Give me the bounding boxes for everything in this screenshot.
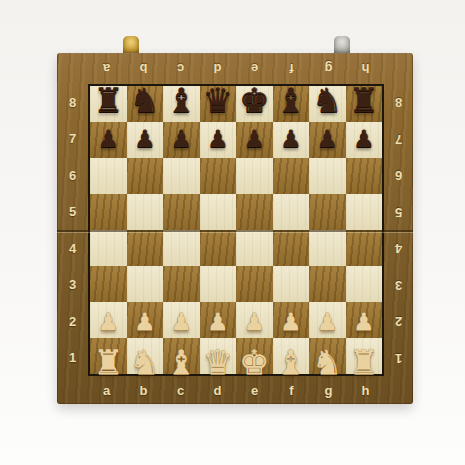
piece-black-pawn: ♟	[316, 127, 338, 151]
square-f7: ♟	[273, 122, 310, 158]
square-h5	[346, 194, 383, 230]
rank-label-left-6: 6	[57, 157, 88, 194]
square-c7: ♟	[163, 122, 200, 158]
piece-white-knight: ♞	[130, 345, 160, 379]
piece-black-queen: ♛	[203, 83, 233, 117]
piece-black-pawn: ♟	[170, 127, 192, 151]
rank-label-left-8: 8	[57, 84, 88, 121]
rank-labels-right: 87654321	[384, 84, 413, 376]
square-d8: ♛	[200, 86, 237, 122]
piece-white-pawn: ♟	[170, 310, 192, 334]
rank-label-left-3: 3	[57, 267, 88, 304]
piece-black-pawn: ♟	[243, 127, 265, 151]
piece-white-knight: ♞	[312, 345, 342, 379]
rank-label-right-6: 6	[384, 157, 413, 194]
rank-label-right-5: 5	[384, 194, 413, 231]
square-h4	[346, 230, 383, 266]
piece-white-pawn: ♟	[353, 310, 375, 334]
piece-black-bishop: ♝	[276, 83, 306, 117]
rank-label-right-3: 3	[384, 267, 413, 304]
piece-black-pawn: ♟	[97, 127, 119, 151]
square-f6	[273, 158, 310, 194]
square-h7: ♟	[346, 122, 383, 158]
square-h6	[346, 158, 383, 194]
square-c2: ♟	[163, 302, 200, 338]
square-e1: ♚	[236, 338, 273, 374]
square-b6	[127, 158, 164, 194]
piece-black-pawn: ♟	[207, 127, 229, 151]
rank-label-left-5: 5	[57, 194, 88, 231]
square-f2: ♟	[273, 302, 310, 338]
piece-black-king: ♚	[239, 83, 269, 117]
piece-white-rook: ♜	[349, 345, 379, 379]
square-e6	[236, 158, 273, 194]
square-c5	[163, 194, 200, 230]
square-a1: ♜	[90, 338, 127, 374]
square-a2: ♟	[90, 302, 127, 338]
rank-label-left-2: 2	[57, 303, 88, 340]
piece-white-pawn: ♟	[134, 310, 156, 334]
square-a7: ♟	[90, 122, 127, 158]
square-c4	[163, 230, 200, 266]
square-a8: ♜	[90, 86, 127, 122]
piece-black-bishop: ♝	[166, 83, 196, 117]
rank-label-left-4: 4	[57, 230, 88, 267]
piece-white-pawn: ♟	[243, 310, 265, 334]
piece-black-pawn: ♟	[134, 127, 156, 151]
square-g3	[309, 266, 346, 302]
square-g6	[309, 158, 346, 194]
piece-white-rook: ♜	[93, 345, 123, 379]
rank-label-right-7: 7	[384, 121, 413, 158]
square-c1: ♝	[163, 338, 200, 374]
square-d2: ♟	[200, 302, 237, 338]
piece-white-queen: ♛	[203, 345, 233, 379]
square-d1: ♛	[200, 338, 237, 374]
square-g5	[309, 194, 346, 230]
square-f8: ♝	[273, 86, 310, 122]
square-b2: ♟	[127, 302, 164, 338]
rank-labels-left: 87654321	[57, 84, 88, 376]
piece-white-pawn: ♟	[316, 310, 338, 334]
square-h3	[346, 266, 383, 302]
chess-board: abcdefgh abcdefgh 87654321 87654321 ♜♞♝♛…	[57, 53, 413, 404]
piece-white-pawn: ♟	[280, 310, 302, 334]
square-f4	[273, 230, 310, 266]
piece-white-bishop: ♝	[276, 345, 306, 379]
piece-black-pawn: ♟	[280, 127, 302, 151]
square-b7: ♟	[127, 122, 164, 158]
rank-label-right-4: 4	[384, 230, 413, 267]
square-d5	[200, 194, 237, 230]
rank-label-left-1: 1	[57, 340, 88, 377]
photo-background: abcdefgh abcdefgh 87654321 87654321 ♜♞♝♛…	[0, 0, 465, 465]
board-grid: ♜♞♝♛♚♝♞♜♟♟♟♟♟♟♟♟♟♟♟♟♟♟♟♟♜♞♝♛♚♝♞♜	[88, 84, 384, 376]
square-d6	[200, 158, 237, 194]
square-b3	[127, 266, 164, 302]
piece-black-rook: ♜	[93, 83, 123, 117]
square-c8: ♝	[163, 86, 200, 122]
square-h2: ♟	[346, 302, 383, 338]
square-h1: ♜	[346, 338, 383, 374]
square-h8: ♜	[346, 86, 383, 122]
square-g7: ♟	[309, 122, 346, 158]
rank-label-right-1: 1	[384, 340, 413, 377]
piece-black-rook: ♜	[349, 83, 379, 117]
square-e8: ♚	[236, 86, 273, 122]
square-a4	[90, 230, 127, 266]
piece-black-knight: ♞	[130, 83, 160, 117]
square-d4	[200, 230, 237, 266]
square-c6	[163, 158, 200, 194]
square-b5	[127, 194, 164, 230]
piece-white-pawn: ♟	[97, 310, 119, 334]
square-e4	[236, 230, 273, 266]
piece-black-pawn: ♟	[353, 127, 375, 151]
square-e3	[236, 266, 273, 302]
square-e5	[236, 194, 273, 230]
rank-label-right-8: 8	[384, 84, 413, 121]
square-g4	[309, 230, 346, 266]
square-e7: ♟	[236, 122, 273, 158]
square-g8: ♞	[309, 86, 346, 122]
piece-black-knight: ♞	[312, 83, 342, 117]
square-d3	[200, 266, 237, 302]
square-e2: ♟	[236, 302, 273, 338]
piece-white-bishop: ♝	[166, 345, 196, 379]
square-a6	[90, 158, 127, 194]
square-c3	[163, 266, 200, 302]
square-f1: ♝	[273, 338, 310, 374]
square-b8: ♞	[127, 86, 164, 122]
square-b4	[127, 230, 164, 266]
square-d7: ♟	[200, 122, 237, 158]
square-a5	[90, 194, 127, 230]
piece-white-pawn: ♟	[207, 310, 229, 334]
square-f3	[273, 266, 310, 302]
square-b1: ♞	[127, 338, 164, 374]
rank-label-left-7: 7	[57, 121, 88, 158]
square-a3	[90, 266, 127, 302]
square-f5	[273, 194, 310, 230]
square-g2: ♟	[309, 302, 346, 338]
square-g1: ♞	[309, 338, 346, 374]
rank-label-right-2: 2	[384, 303, 413, 340]
piece-white-king: ♚	[239, 345, 269, 379]
